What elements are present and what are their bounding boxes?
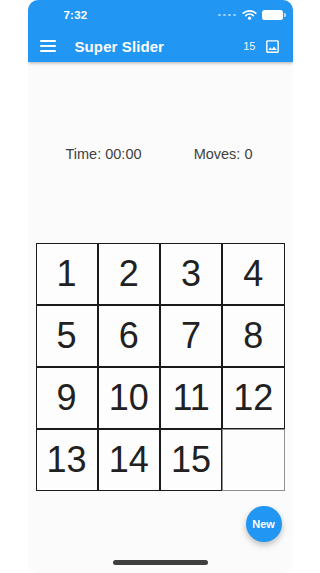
status-icons	[218, 0, 283, 30]
app-screen: 7:32 Super Slider 15	[28, 0, 293, 573]
puzzle-board: 123456789101112131415	[36, 243, 285, 491]
moves-display: Moves: 0	[194, 144, 253, 164]
home-indicator[interactable]	[113, 560, 208, 565]
header: 7:32 Super Slider 15	[28, 0, 293, 62]
cellular-signal-icon	[218, 14, 236, 17]
tile-3[interactable]: 3	[160, 243, 222, 305]
status-bar: 7:32	[28, 0, 293, 30]
tile-14[interactable]: 14	[98, 429, 160, 491]
wifi-icon	[242, 6, 257, 24]
tile-7[interactable]: 7	[160, 305, 222, 367]
time-display: Time: 00:00	[66, 144, 142, 164]
tile-8[interactable]: 8	[222, 305, 284, 367]
tile-1[interactable]: 1	[36, 243, 98, 305]
tile-15[interactable]: 15	[160, 429, 222, 491]
image-picker-icon[interactable]	[264, 37, 282, 55]
empty-cell	[222, 429, 284, 491]
tile-2[interactable]: 2	[98, 243, 160, 305]
tile-9[interactable]: 9	[36, 367, 98, 429]
app-title: Super Slider	[75, 38, 165, 55]
tile-10[interactable]: 10	[98, 367, 160, 429]
puzzle-size-indicator: 15	[243, 40, 255, 52]
hamburger-menu-icon[interactable]	[40, 40, 56, 51]
tile-13[interactable]: 13	[36, 429, 98, 491]
tile-12[interactable]: 12	[222, 367, 284, 429]
status-time: 7:32	[64, 9, 88, 21]
tile-4[interactable]: 4	[222, 243, 284, 305]
app-bar: Super Slider 15	[28, 30, 293, 62]
new-game-button[interactable]: New	[246, 506, 282, 542]
stats-row: Time: 00:00 Moves: 0	[28, 144, 293, 164]
tile-5[interactable]: 5	[36, 305, 98, 367]
tile-11[interactable]: 11	[160, 367, 222, 429]
battery-icon	[262, 10, 283, 20]
tile-6[interactable]: 6	[98, 305, 160, 367]
